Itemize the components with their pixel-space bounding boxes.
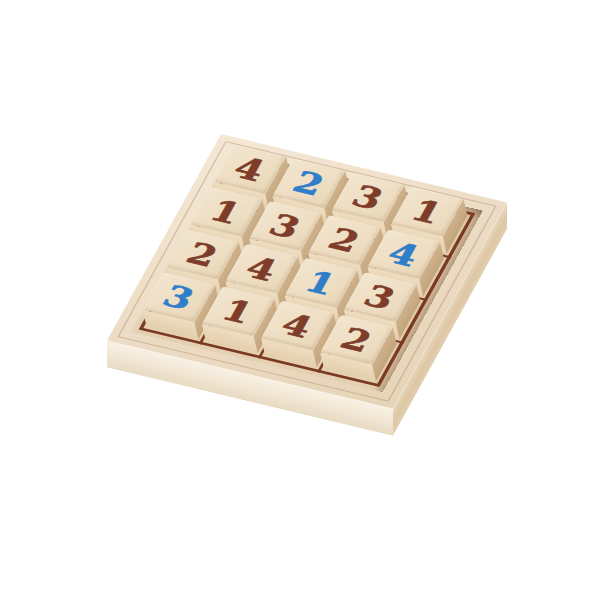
- block-digit: 4: [241, 252, 282, 285]
- sudoku-board: 4231132424133142: [107, 134, 507, 409]
- block-digit: 3: [158, 280, 199, 313]
- puzzle-photo-scene: 4231132424133142: [0, 0, 600, 600]
- block-digit: 2: [288, 166, 329, 199]
- block-digit: 1: [206, 195, 247, 228]
- block-digit: 1: [218, 295, 259, 328]
- block-digit: 1: [300, 266, 341, 299]
- block-digit: 3: [265, 209, 306, 242]
- block-r4c4[interactable]: 2: [324, 332, 397, 382]
- block-digit: 3: [360, 280, 401, 313]
- block-digit: 4: [229, 152, 270, 185]
- block-digit: 2: [182, 238, 223, 271]
- block-digit: 4: [277, 309, 318, 342]
- block-digit: 2: [324, 223, 365, 256]
- block-digit: 4: [383, 237, 424, 270]
- block-digit: 3: [348, 181, 389, 214]
- block-digit: 1: [407, 195, 448, 228]
- block-digit: 2: [336, 323, 377, 356]
